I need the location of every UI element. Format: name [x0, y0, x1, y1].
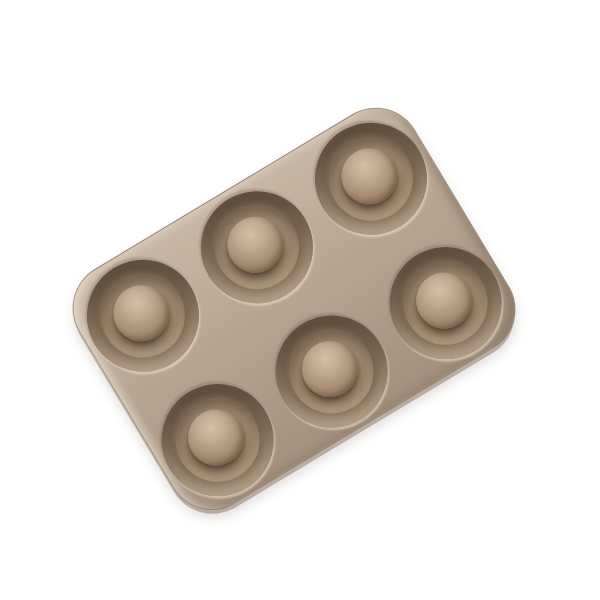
donut-cavity-r1c2: [180, 170, 334, 324]
donut-cavity-r2c2: [254, 294, 408, 448]
photo-background: [0, 0, 600, 600]
donut-cavity-r1c3: [294, 102, 448, 256]
donut-cavity-r1c1: [66, 239, 220, 393]
donut-cavity-r2c3: [369, 226, 523, 380]
donut-cavity-r2c1: [140, 363, 294, 517]
donut-pan: [55, 91, 532, 528]
